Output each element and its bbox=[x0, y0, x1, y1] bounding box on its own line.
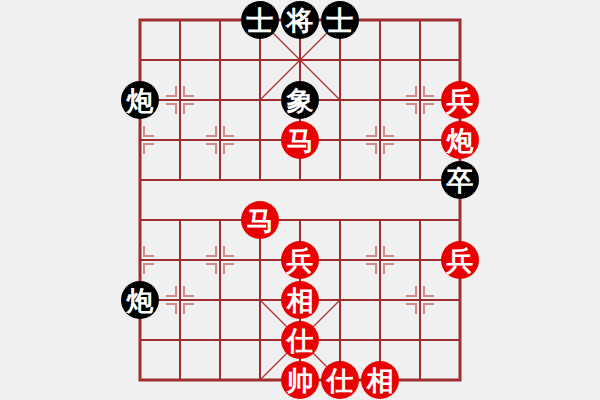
piece-red-soldier[interactable]: 兵 bbox=[281, 241, 319, 279]
piece-black-cannon[interactable]: 炮 bbox=[121, 281, 159, 319]
piece-red-soldier[interactable]: 兵 bbox=[441, 81, 479, 119]
piece-red-advisor[interactable]: 仕 bbox=[281, 321, 319, 359]
piece-black-general[interactable]: 将 bbox=[281, 1, 319, 39]
piece-red-horse[interactable]: 马 bbox=[281, 121, 319, 159]
piece-red-elephant[interactable]: 相 bbox=[361, 361, 399, 399]
piece-black-cannon[interactable]: 炮 bbox=[121, 81, 159, 119]
piece-red-elephant[interactable]: 相 bbox=[281, 281, 319, 319]
piece-black-advisor[interactable]: 士 bbox=[321, 1, 359, 39]
piece-red-cannon[interactable]: 炮 bbox=[441, 121, 479, 159]
piece-red-horse[interactable]: 马 bbox=[241, 201, 279, 239]
pieces-layer: 士将士炮象兵马炮卒马兵兵炮相仕帅仕相 bbox=[0, 0, 600, 400]
piece-black-elephant[interactable]: 象 bbox=[281, 81, 319, 119]
piece-red-soldier[interactable]: 兵 bbox=[441, 241, 479, 279]
piece-black-advisor[interactable]: 士 bbox=[241, 1, 279, 39]
piece-black-soldier[interactable]: 卒 bbox=[441, 161, 479, 199]
xiangqi-app-screen: 士将士炮象兵马炮卒马兵兵炮相仕帅仕相 bbox=[0, 0, 600, 400]
piece-red-king[interactable]: 帅 bbox=[281, 361, 319, 399]
piece-red-advisor[interactable]: 仕 bbox=[321, 361, 359, 399]
